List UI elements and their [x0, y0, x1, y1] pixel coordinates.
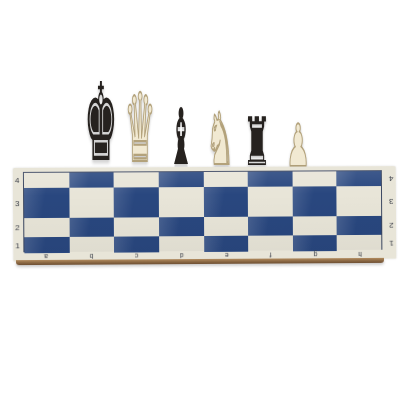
square-d1[interactable] — [159, 236, 204, 252]
square-c1[interactable] — [114, 236, 159, 252]
square-a3[interactable] — [24, 188, 69, 218]
square-c4[interactable] — [114, 172, 159, 187]
rank-label-left-4: 4 — [15, 175, 20, 184]
rank-label-right-1: 1 — [389, 238, 393, 247]
square-h2[interactable] — [337, 216, 381, 235]
square-c2[interactable] — [114, 217, 159, 236]
square-g1[interactable] — [293, 235, 337, 251]
rank-label-right-2: 2 — [389, 220, 393, 229]
rank-label-left-2: 2 — [15, 223, 20, 232]
square-b2[interactable] — [69, 218, 114, 237]
rank-label-right-4: 4 — [388, 174, 392, 183]
square-g2[interactable] — [293, 216, 337, 235]
square-c3[interactable] — [114, 187, 159, 217]
square-e4[interactable] — [203, 172, 248, 187]
square-b3[interactable] — [69, 187, 114, 217]
chess-set-photo: ♚♛♝♞♜♟ 4321 4321 abcdefgh — [0, 0, 400, 400]
square-h3[interactable] — [337, 186, 381, 216]
rollup-chess-board: 4321 4321 abcdefgh — [13, 166, 396, 261]
rank-label-left-3: 3 — [15, 199, 20, 208]
square-f2[interactable] — [248, 216, 293, 235]
square-e2[interactable] — [204, 217, 249, 236]
square-g3[interactable] — [292, 186, 337, 216]
square-e3[interactable] — [203, 187, 248, 217]
squares-grid — [23, 170, 382, 252]
square-a4[interactable] — [24, 173, 69, 188]
black-king-glyph: ♚ — [84, 68, 118, 176]
rank-label-right-3: 3 — [389, 196, 393, 205]
rank-label-left-1: 1 — [15, 241, 20, 250]
square-a1[interactable] — [24, 237, 69, 253]
square-f3[interactable] — [248, 187, 293, 217]
square-d2[interactable] — [159, 217, 204, 236]
square-a2[interactable] — [24, 218, 69, 237]
square-b4[interactable] — [69, 172, 114, 187]
square-h1[interactable] — [337, 235, 381, 251]
square-f1[interactable] — [248, 235, 293, 251]
square-d3[interactable] — [159, 187, 204, 217]
white-knight-glyph: ♞ — [206, 104, 234, 176]
square-g4[interactable] — [292, 171, 336, 186]
white-queen-glyph: ♛ — [124, 81, 156, 176]
square-d4[interactable] — [159, 172, 204, 187]
square-e1[interactable] — [204, 236, 249, 252]
square-f4[interactable] — [248, 172, 293, 187]
square-h4[interactable] — [337, 171, 381, 186]
square-b1[interactable] — [69, 237, 114, 253]
black-bishop-glyph: ♝ — [168, 98, 195, 176]
